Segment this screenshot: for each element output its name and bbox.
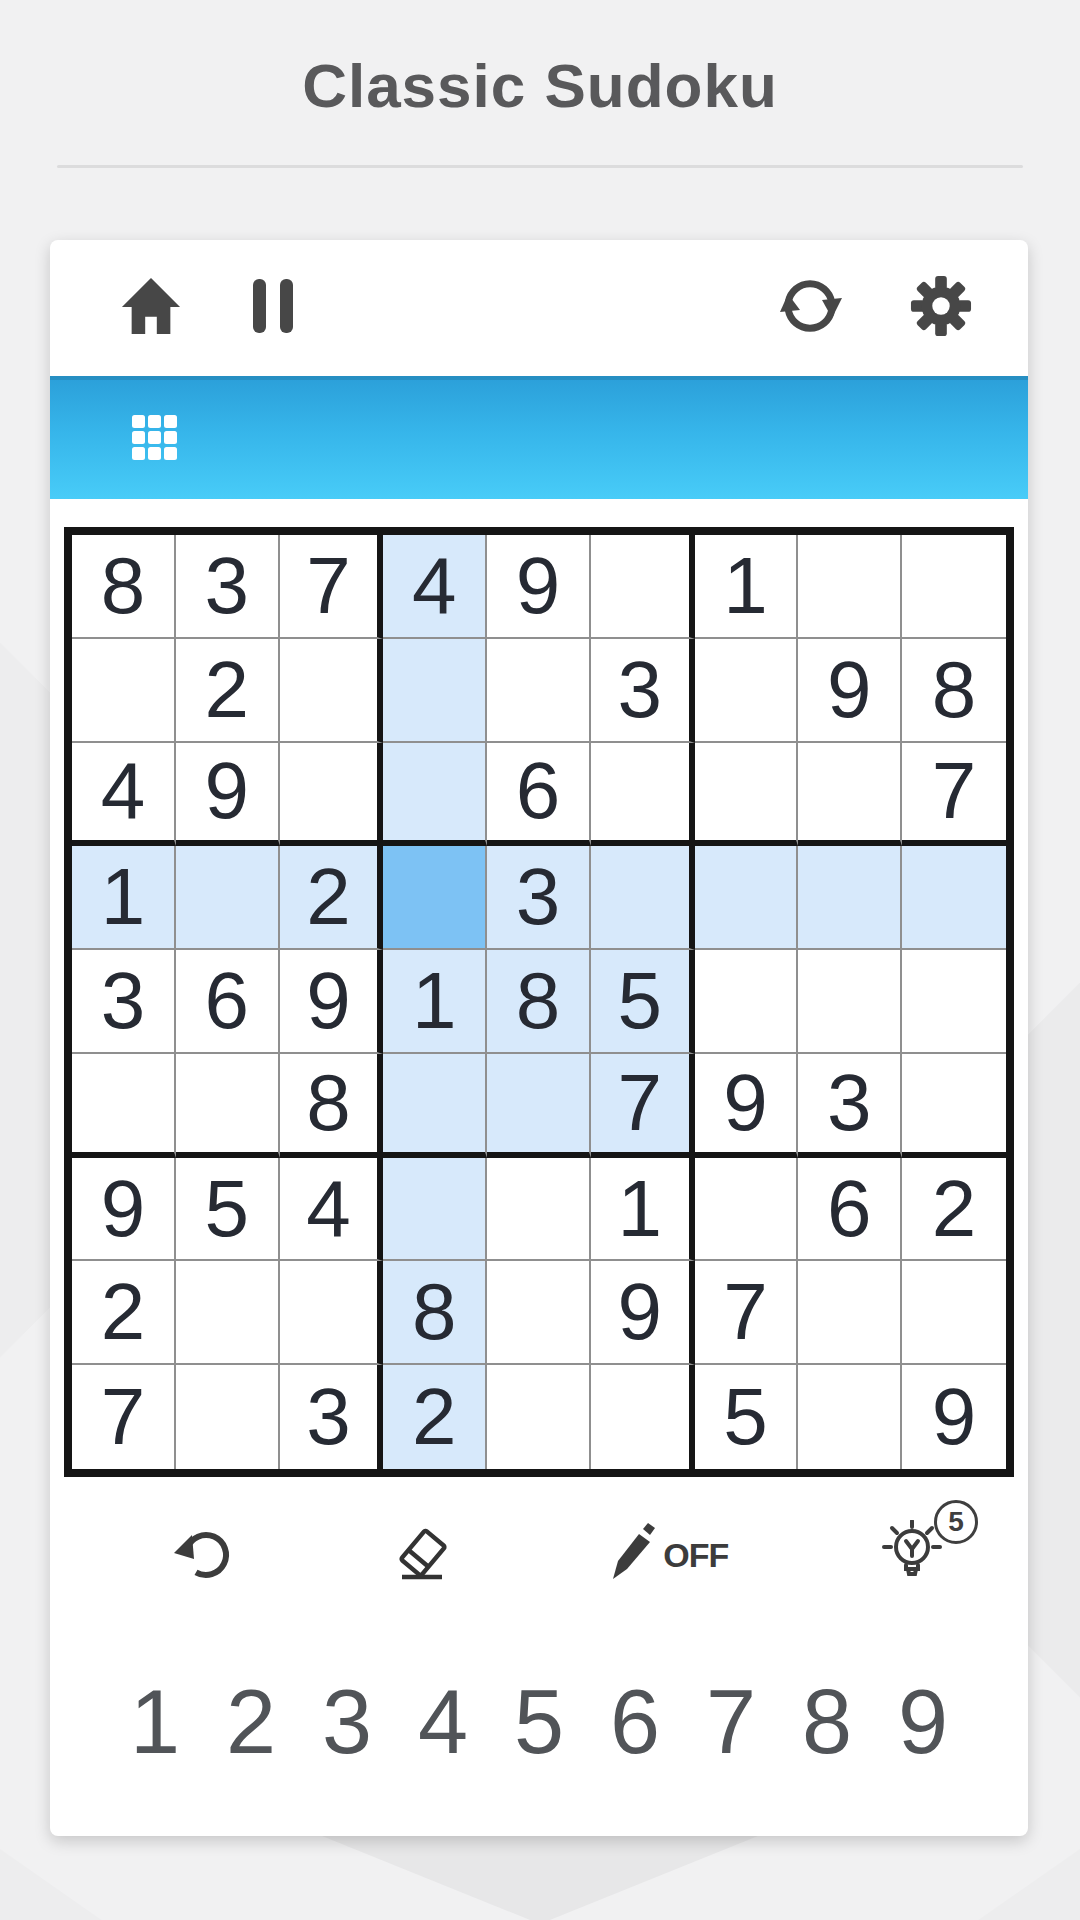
numpad-key-6[interactable]: 6 xyxy=(610,1673,660,1772)
cell-r8c3[interactable] xyxy=(280,1261,384,1365)
pencil-icon xyxy=(605,1523,657,1587)
cell-r4c5[interactable]: 3 xyxy=(487,846,591,950)
cell-r1c6[interactable] xyxy=(591,535,695,639)
cell-r8c6[interactable]: 9 xyxy=(591,1261,695,1365)
cell-r1c7[interactable]: 1 xyxy=(695,535,799,639)
cell-r2c8[interactable]: 9 xyxy=(798,639,902,743)
home-icon xyxy=(120,276,182,340)
cell-r6c2[interactable] xyxy=(176,1054,280,1158)
cell-r5c6[interactable]: 5 xyxy=(591,950,695,1054)
cell-r5c5[interactable]: 8 xyxy=(487,950,591,1054)
cell-r9c8[interactable] xyxy=(798,1365,902,1469)
cell-r3c2[interactable]: 9 xyxy=(176,743,280,847)
cell-r3c8[interactable] xyxy=(798,743,902,847)
cell-r7c7[interactable] xyxy=(695,1158,799,1262)
cell-r8c8[interactable] xyxy=(798,1261,902,1365)
cell-r1c9[interactable] xyxy=(902,535,1006,639)
cell-r6c4[interactable] xyxy=(383,1054,487,1158)
cell-r9c5[interactable] xyxy=(487,1365,591,1469)
lightbulb-icon xyxy=(880,1520,944,1590)
cell-r9c3[interactable]: 3 xyxy=(280,1365,384,1469)
cell-r5c7[interactable] xyxy=(695,950,799,1054)
cell-r4c6[interactable] xyxy=(591,846,695,950)
cell-r9c6[interactable] xyxy=(591,1365,695,1469)
cell-r9c9[interactable]: 9 xyxy=(902,1365,1006,1469)
cell-r2c6[interactable]: 3 xyxy=(591,639,695,743)
cell-r5c4[interactable]: 1 xyxy=(383,950,487,1054)
toolbar-left-group xyxy=(120,276,296,340)
cell-r4c2[interactable] xyxy=(176,846,280,950)
cell-r6c6[interactable]: 7 xyxy=(591,1054,695,1158)
cell-r6c7[interactable]: 9 xyxy=(695,1054,799,1158)
cell-r5c3[interactable]: 9 xyxy=(280,950,384,1054)
cell-r6c5[interactable] xyxy=(487,1054,591,1158)
cell-r4c1[interactable]: 1 xyxy=(72,846,176,950)
cell-r8c9[interactable] xyxy=(902,1261,1006,1365)
cell-r3c9[interactable]: 7 xyxy=(902,743,1006,847)
eraser-button[interactable] xyxy=(388,1520,454,1590)
numpad-key-7[interactable]: 7 xyxy=(706,1673,756,1772)
numpad-key-5[interactable]: 5 xyxy=(514,1673,564,1772)
cell-r1c2[interactable]: 3 xyxy=(176,535,280,639)
eraser-icon xyxy=(388,1520,454,1590)
undo-icon xyxy=(172,1521,236,1589)
cell-r4c4[interactable] xyxy=(383,846,487,950)
cell-r7c5[interactable] xyxy=(487,1158,591,1262)
pause-icon xyxy=(250,277,296,339)
cell-r2c4[interactable] xyxy=(383,639,487,743)
hint-button[interactable]: 5 xyxy=(880,1520,944,1590)
numpad-key-9[interactable]: 9 xyxy=(898,1673,948,1772)
cell-r1c4[interactable]: 4 xyxy=(383,535,487,639)
numpad-key-3[interactable]: 3 xyxy=(322,1673,372,1772)
cell-r3c1[interactable]: 4 xyxy=(72,743,176,847)
cell-r1c5[interactable]: 9 xyxy=(487,535,591,639)
cell-r2c1[interactable] xyxy=(72,639,176,743)
number-pad: 1 2 3 4 5 6 7 8 9 xyxy=(50,1673,1028,1772)
cell-r2c2[interactable]: 2 xyxy=(176,639,280,743)
cell-r3c4[interactable] xyxy=(383,743,487,847)
cell-r6c3[interactable]: 8 xyxy=(280,1054,384,1158)
cell-r6c8[interactable]: 3 xyxy=(798,1054,902,1158)
cell-r7c1[interactable]: 9 xyxy=(72,1158,176,1262)
home-button[interactable] xyxy=(120,276,182,340)
cell-r6c9[interactable] xyxy=(902,1054,1006,1158)
undo-button[interactable] xyxy=(172,1521,236,1589)
top-toolbar xyxy=(50,240,1028,376)
cell-r3c5[interactable]: 6 xyxy=(487,743,591,847)
gear-icon xyxy=(910,275,972,341)
cell-r3c7[interactable] xyxy=(695,743,799,847)
cell-r4c8[interactable] xyxy=(798,846,902,950)
game-card: 8374912398496712336918587939541622897732… xyxy=(50,240,1028,1836)
restart-button[interactable] xyxy=(778,274,842,342)
numpad-key-2[interactable]: 2 xyxy=(226,1673,276,1772)
cell-r7c2[interactable]: 5 xyxy=(176,1158,280,1262)
numpad-key-1[interactable]: 1 xyxy=(130,1673,180,1772)
cell-r2c5[interactable] xyxy=(487,639,591,743)
cell-r3c3[interactable] xyxy=(280,743,384,847)
cell-r5c1[interactable]: 3 xyxy=(72,950,176,1054)
cell-r5c2[interactable]: 6 xyxy=(176,950,280,1054)
settings-button[interactable] xyxy=(910,275,972,341)
cell-r8c1[interactable]: 2 xyxy=(72,1261,176,1365)
cell-r9c2[interactable] xyxy=(176,1365,280,1469)
cell-r8c5[interactable] xyxy=(487,1261,591,1365)
tools-row: OFF 5 xyxy=(50,1517,1028,1593)
background-triangle-bottom xyxy=(322,1836,758,1920)
cell-r8c4[interactable]: 8 xyxy=(383,1261,487,1365)
cell-r3c6[interactable] xyxy=(591,743,695,847)
cell-r5c8[interactable] xyxy=(798,950,902,1054)
pause-button[interactable] xyxy=(250,277,296,339)
page-title: Classic Sudoku xyxy=(0,50,1080,121)
notes-state-label: OFF xyxy=(663,1536,728,1575)
cell-r7c4[interactable] xyxy=(383,1158,487,1262)
cell-r1c8[interactable] xyxy=(798,535,902,639)
cell-r1c3[interactable]: 7 xyxy=(280,535,384,639)
cell-r4c3[interactable]: 2 xyxy=(280,846,384,950)
cell-r8c7[interactable]: 7 xyxy=(695,1261,799,1365)
cell-r4c9[interactable] xyxy=(902,846,1006,950)
numpad-key-8[interactable]: 8 xyxy=(802,1673,852,1772)
cell-r6c1[interactable] xyxy=(72,1054,176,1158)
cell-r4c7[interactable] xyxy=(695,846,799,950)
hint-count-badge: 5 xyxy=(934,1500,978,1544)
cell-r9c7[interactable]: 5 xyxy=(695,1365,799,1469)
board-view-button[interactable] xyxy=(132,415,177,460)
cell-r9c4[interactable]: 2 xyxy=(383,1365,487,1469)
cell-r7c9[interactable]: 2 xyxy=(902,1158,1006,1262)
sudoku-grid: 8374912398496712336918587939541622897732… xyxy=(64,527,1014,1477)
cell-r7c6[interactable]: 1 xyxy=(591,1158,695,1262)
notes-toggle-button[interactable]: OFF xyxy=(605,1523,728,1587)
grid-3x3-icon xyxy=(132,415,177,460)
banner-bar xyxy=(50,376,1028,499)
cell-r2c9[interactable]: 8 xyxy=(902,639,1006,743)
cell-r1c1[interactable]: 8 xyxy=(72,535,176,639)
restart-icon xyxy=(778,274,842,342)
cell-r2c3[interactable] xyxy=(280,639,384,743)
cell-r5c9[interactable] xyxy=(902,950,1006,1054)
cell-r9c1[interactable]: 7 xyxy=(72,1365,176,1469)
cell-r8c2[interactable] xyxy=(176,1261,280,1365)
cell-r7c8[interactable]: 6 xyxy=(798,1158,902,1262)
cell-r7c3[interactable]: 4 xyxy=(280,1158,384,1262)
numpad-key-4[interactable]: 4 xyxy=(418,1673,468,1772)
title-divider xyxy=(57,165,1023,168)
cell-r2c7[interactable] xyxy=(695,639,799,743)
toolbar-right-group xyxy=(778,274,972,342)
